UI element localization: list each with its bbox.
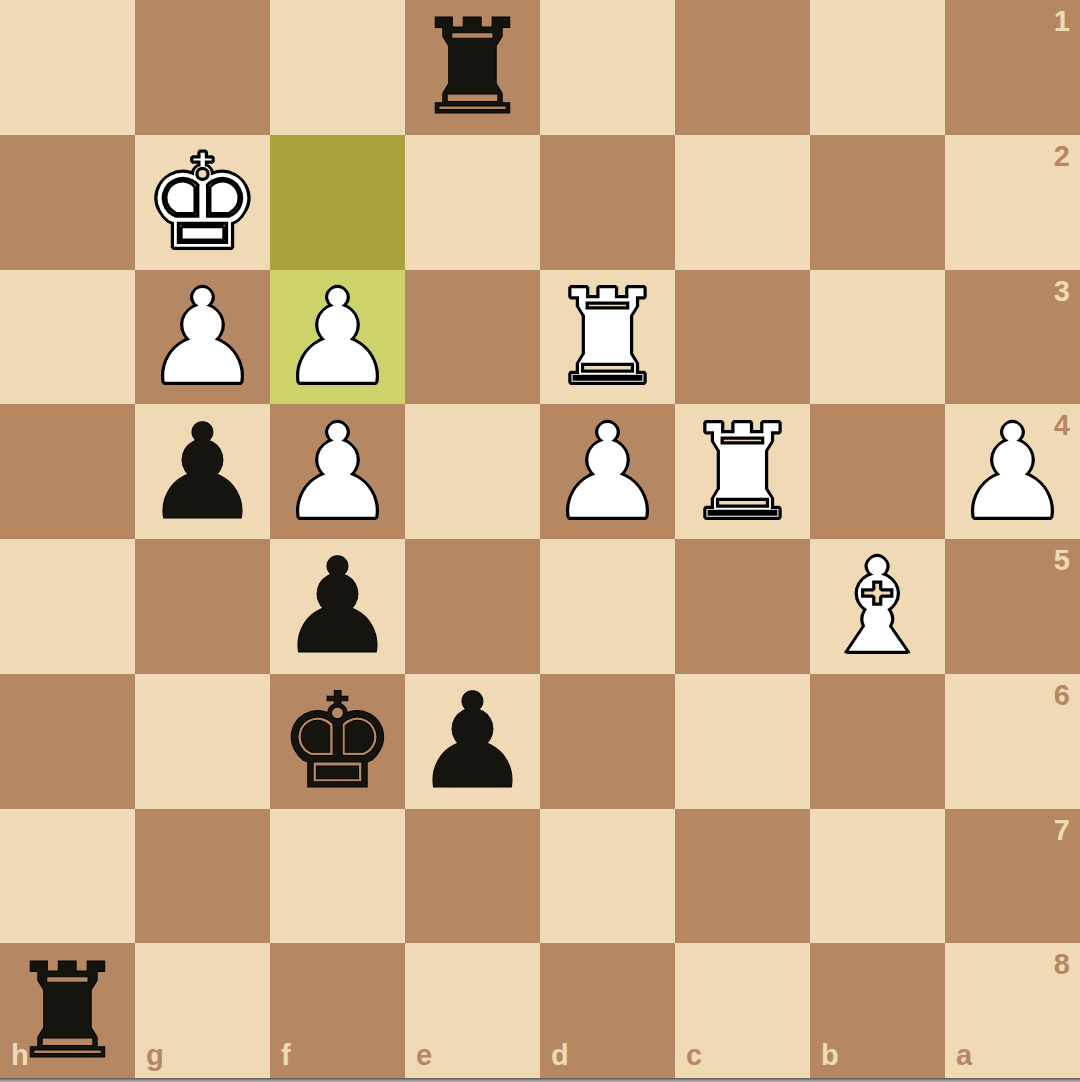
white-rook[interactable]: ♜ xyxy=(683,406,801,538)
white-pawn[interactable]: ♟ xyxy=(278,406,396,538)
file-label-a: a xyxy=(956,1041,972,1070)
file-label-e: e xyxy=(416,1041,432,1070)
white-pawn[interactable]: ♟ xyxy=(143,271,261,403)
square-e4[interactable] xyxy=(405,404,540,539)
board-bottom-edge xyxy=(0,1078,1080,1082)
square-g2[interactable]: ♚ xyxy=(135,135,270,270)
square-h3[interactable] xyxy=(0,270,135,405)
square-a6[interactable]: 6 xyxy=(945,674,1080,809)
black-pawn[interactable]: ♟ xyxy=(143,406,261,538)
rank-label-6: 6 xyxy=(1054,681,1070,710)
square-b2[interactable] xyxy=(810,135,945,270)
file-label-b: b xyxy=(821,1041,839,1070)
file-label-d: d xyxy=(551,1041,569,1070)
square-a2[interactable]: 2 xyxy=(945,135,1080,270)
square-g6[interactable] xyxy=(135,674,270,809)
square-g1[interactable] xyxy=(135,0,270,135)
rank-label-3: 3 xyxy=(1054,277,1070,306)
square-g8[interactable]: g xyxy=(135,943,270,1078)
square-a3[interactable]: 3 xyxy=(945,270,1080,405)
white-bishop[interactable]: ♝ xyxy=(818,540,936,672)
black-king[interactable]: ♚ xyxy=(278,675,396,807)
square-e3[interactable] xyxy=(405,270,540,405)
square-e7[interactable] xyxy=(405,809,540,944)
square-b5[interactable]: ♝ xyxy=(810,539,945,674)
square-d3[interactable]: ♜ xyxy=(540,270,675,405)
square-c6[interactable] xyxy=(675,674,810,809)
square-e6[interactable]: ♟ xyxy=(405,674,540,809)
square-f5[interactable]: ♟ xyxy=(270,539,405,674)
white-rook[interactable]: ♜ xyxy=(548,271,666,403)
black-pawn[interactable]: ♟ xyxy=(413,675,531,807)
chess-board-stage: ♜1♚2♟♟♜3♟♟♟♜♟4♟♝5♚♟67♜hgfedcba8 xyxy=(0,0,1080,1082)
square-f2[interactable] xyxy=(270,135,405,270)
square-d1[interactable] xyxy=(540,0,675,135)
rank-label-1: 1 xyxy=(1054,7,1070,36)
square-a1[interactable]: 1 xyxy=(945,0,1080,135)
square-b1[interactable] xyxy=(810,0,945,135)
square-c7[interactable] xyxy=(675,809,810,944)
square-d2[interactable] xyxy=(540,135,675,270)
black-rook[interactable]: ♜ xyxy=(413,1,531,133)
square-b3[interactable] xyxy=(810,270,945,405)
square-b8[interactable]: b xyxy=(810,943,945,1078)
square-d7[interactable] xyxy=(540,809,675,944)
rank-label-5: 5 xyxy=(1054,546,1070,575)
file-label-f: f xyxy=(281,1041,291,1070)
white-pawn[interactable]: ♟ xyxy=(953,406,1071,538)
square-g5[interactable] xyxy=(135,539,270,674)
rank-label-8: 8 xyxy=(1054,950,1070,979)
square-f1[interactable] xyxy=(270,0,405,135)
square-d5[interactable] xyxy=(540,539,675,674)
white-pawn[interactable]: ♟ xyxy=(278,271,396,403)
square-e2[interactable] xyxy=(405,135,540,270)
square-c8[interactable]: c xyxy=(675,943,810,1078)
square-h8[interactable]: ♜h xyxy=(0,943,135,1078)
square-h6[interactable] xyxy=(0,674,135,809)
square-g3[interactable]: ♟ xyxy=(135,270,270,405)
square-a4[interactable]: ♟4 xyxy=(945,404,1080,539)
square-c3[interactable] xyxy=(675,270,810,405)
square-f8[interactable]: f xyxy=(270,943,405,1078)
square-a7[interactable]: 7 xyxy=(945,809,1080,944)
square-a5[interactable]: 5 xyxy=(945,539,1080,674)
square-b4[interactable] xyxy=(810,404,945,539)
white-king[interactable]: ♚ xyxy=(143,136,261,268)
square-f6[interactable]: ♚ xyxy=(270,674,405,809)
square-h2[interactable] xyxy=(0,135,135,270)
black-rook[interactable]: ♜ xyxy=(8,945,126,1077)
square-f4[interactable]: ♟ xyxy=(270,404,405,539)
square-e1[interactable]: ♜ xyxy=(405,0,540,135)
black-pawn[interactable]: ♟ xyxy=(278,540,396,672)
square-a8[interactable]: a8 xyxy=(945,943,1080,1078)
rank-label-7: 7 xyxy=(1054,816,1070,845)
square-d8[interactable]: d xyxy=(540,943,675,1078)
square-c2[interactable] xyxy=(675,135,810,270)
square-g4[interactable]: ♟ xyxy=(135,404,270,539)
square-e5[interactable] xyxy=(405,539,540,674)
square-c5[interactable] xyxy=(675,539,810,674)
square-h4[interactable] xyxy=(0,404,135,539)
square-c1[interactable] xyxy=(675,0,810,135)
square-d6[interactable] xyxy=(540,674,675,809)
square-d4[interactable]: ♟ xyxy=(540,404,675,539)
square-e8[interactable]: e xyxy=(405,943,540,1078)
square-f3[interactable]: ♟ xyxy=(270,270,405,405)
file-label-c: c xyxy=(686,1041,702,1070)
square-g7[interactable] xyxy=(135,809,270,944)
square-f7[interactable] xyxy=(270,809,405,944)
white-pawn[interactable]: ♟ xyxy=(548,406,666,538)
rank-label-2: 2 xyxy=(1054,142,1070,171)
square-b6[interactable] xyxy=(810,674,945,809)
square-b7[interactable] xyxy=(810,809,945,944)
file-label-g: g xyxy=(146,1041,164,1070)
square-h7[interactable] xyxy=(0,809,135,944)
square-h1[interactable] xyxy=(0,0,135,135)
square-h5[interactable] xyxy=(0,539,135,674)
square-c4[interactable]: ♜ xyxy=(675,404,810,539)
chess-board: ♜1♚2♟♟♜3♟♟♟♜♟4♟♝5♚♟67♜hgfedcba8 xyxy=(0,0,1080,1078)
